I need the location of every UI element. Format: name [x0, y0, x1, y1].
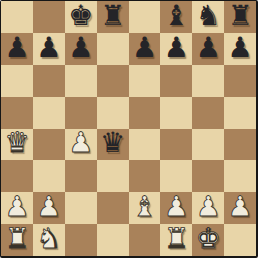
square-e4[interactable] [129, 129, 161, 161]
white-queen: ♛ [4, 129, 29, 157]
square-b8[interactable] [33, 1, 65, 33]
square-g1[interactable]: ♚ [192, 224, 224, 256]
white-king: ♚ [196, 225, 221, 253]
square-h2[interactable]: ♟ [224, 192, 256, 224]
chess-board: ♚♜♝♞♜♟♟♟♟♟♟♟♛♟♛♟♟♝♟♟♟♜♞♜♚ [0, 0, 258, 258]
square-f7[interactable]: ♟ [160, 33, 192, 65]
square-a5[interactable] [1, 97, 33, 129]
square-f2[interactable]: ♟ [160, 192, 192, 224]
square-a3[interactable] [1, 160, 33, 192]
square-g6[interactable] [192, 65, 224, 97]
square-b1[interactable]: ♞ [33, 224, 65, 256]
square-h3[interactable] [224, 160, 256, 192]
square-h4[interactable] [224, 129, 256, 161]
white-rook: ♜ [164, 225, 189, 253]
black-pawn: ♟ [68, 34, 93, 62]
square-a7[interactable]: ♟ [1, 33, 33, 65]
square-c5[interactable] [65, 97, 97, 129]
black-pawn: ♟ [164, 34, 189, 62]
white-pawn: ♟ [68, 129, 93, 157]
square-f5[interactable] [160, 97, 192, 129]
black-king: ♚ [68, 2, 93, 30]
square-f8[interactable]: ♝ [160, 1, 192, 33]
square-d3[interactable] [97, 160, 129, 192]
square-h5[interactable] [224, 97, 256, 129]
square-a8[interactable] [1, 1, 33, 33]
square-f6[interactable] [160, 65, 192, 97]
square-a2[interactable]: ♟ [1, 192, 33, 224]
white-pawn: ♟ [164, 193, 189, 221]
white-pawn: ♟ [228, 193, 253, 221]
square-f4[interactable] [160, 129, 192, 161]
square-g4[interactable] [192, 129, 224, 161]
square-g7[interactable]: ♟ [192, 33, 224, 65]
square-b2[interactable]: ♟ [33, 192, 65, 224]
black-queen: ♛ [100, 129, 125, 157]
square-c1[interactable] [65, 224, 97, 256]
square-h6[interactable] [224, 65, 256, 97]
black-rook: ♜ [228, 2, 253, 30]
square-b7[interactable]: ♟ [33, 33, 65, 65]
black-pawn: ♟ [132, 34, 157, 62]
white-rook: ♜ [4, 225, 29, 253]
square-e5[interactable] [129, 97, 161, 129]
square-a6[interactable] [1, 65, 33, 97]
black-pawn: ♟ [36, 34, 61, 62]
black-pawn: ♟ [196, 34, 221, 62]
square-b4[interactable] [33, 129, 65, 161]
square-e8[interactable] [129, 1, 161, 33]
square-g8[interactable]: ♞ [192, 1, 224, 33]
square-d6[interactable] [97, 65, 129, 97]
square-a1[interactable]: ♜ [1, 224, 33, 256]
black-pawn: ♟ [4, 34, 29, 62]
square-h8[interactable]: ♜ [224, 1, 256, 33]
square-e2[interactable]: ♝ [129, 192, 161, 224]
square-c3[interactable] [65, 160, 97, 192]
white-pawn: ♟ [196, 193, 221, 221]
square-c6[interactable] [65, 65, 97, 97]
black-rook: ♜ [100, 2, 125, 30]
square-b5[interactable] [33, 97, 65, 129]
square-e3[interactable] [129, 160, 161, 192]
square-c8[interactable]: ♚ [65, 1, 97, 33]
square-e7[interactable]: ♟ [129, 33, 161, 65]
square-d2[interactable] [97, 192, 129, 224]
square-d4[interactable]: ♛ [97, 129, 129, 161]
square-g2[interactable]: ♟ [192, 192, 224, 224]
white-knight: ♞ [36, 225, 61, 253]
square-f1[interactable]: ♜ [160, 224, 192, 256]
square-e1[interactable] [129, 224, 161, 256]
square-d5[interactable] [97, 97, 129, 129]
white-bishop: ♝ [132, 193, 157, 221]
white-pawn: ♟ [36, 193, 61, 221]
black-bishop: ♝ [164, 2, 189, 30]
square-c7[interactable]: ♟ [65, 33, 97, 65]
square-f3[interactable] [160, 160, 192, 192]
square-c4[interactable]: ♟ [65, 129, 97, 161]
square-e6[interactable] [129, 65, 161, 97]
square-g5[interactable] [192, 97, 224, 129]
square-b3[interactable] [33, 160, 65, 192]
white-pawn: ♟ [4, 193, 29, 221]
square-g3[interactable] [192, 160, 224, 192]
square-d1[interactable] [97, 224, 129, 256]
black-knight: ♞ [196, 2, 221, 30]
square-c2[interactable] [65, 192, 97, 224]
black-pawn: ♟ [228, 34, 253, 62]
square-d7[interactable] [97, 33, 129, 65]
square-b6[interactable] [33, 65, 65, 97]
square-h7[interactable]: ♟ [224, 33, 256, 65]
square-a4[interactable]: ♛ [1, 129, 33, 161]
square-d8[interactable]: ♜ [97, 1, 129, 33]
square-h1[interactable] [224, 224, 256, 256]
